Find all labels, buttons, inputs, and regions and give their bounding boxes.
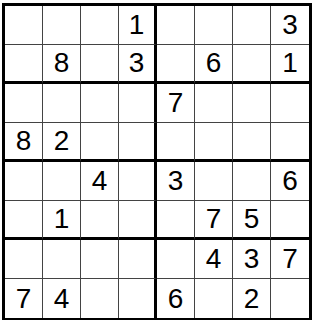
cell-r1c3[interactable]: [81, 6, 119, 45]
cell-r3c7[interactable]: [233, 84, 271, 123]
cell-r6c7[interactable]: 5: [233, 201, 271, 240]
cell-r4c8[interactable]: [271, 123, 309, 162]
cell-r7c3[interactable]: [81, 240, 119, 279]
cell-r4c3[interactable]: [81, 123, 119, 162]
page: { "game": "sudoku", "variant": "8x8 sudo…: [0, 0, 320, 320]
cell-r1c2[interactable]: [43, 6, 81, 45]
cell-r6c1[interactable]: [5, 201, 43, 240]
cell-r6c3[interactable]: [81, 201, 119, 240]
cell-r4c6[interactable]: [195, 123, 233, 162]
cell-r3c2[interactable]: [43, 84, 81, 123]
cell-r8c7[interactable]: 2: [233, 279, 271, 318]
cell-r2c2[interactable]: 8: [43, 45, 81, 84]
cell-r3c6[interactable]: [195, 84, 233, 123]
cell-r6c6[interactable]: 7: [195, 201, 233, 240]
cell-r7c5[interactable]: [157, 240, 195, 279]
cell-r5c3[interactable]: 4: [81, 162, 119, 201]
cell-r8c5[interactable]: 6: [157, 279, 195, 318]
cell-r6c2[interactable]: 1: [43, 201, 81, 240]
cell-r4c2[interactable]: 2: [43, 123, 81, 162]
cell-r7c7[interactable]: 3: [233, 240, 271, 279]
cell-r8c1[interactable]: 7: [5, 279, 43, 318]
sudoku-board: 1383617824361754377462: [2, 3, 312, 320]
cell-r2c1[interactable]: [5, 45, 43, 84]
cell-r1c4[interactable]: 1: [119, 6, 157, 45]
cell-r5c1[interactable]: [5, 162, 43, 201]
cell-r3c4[interactable]: [119, 84, 157, 123]
cell-r2c6[interactable]: 6: [195, 45, 233, 84]
cell-r7c1[interactable]: [5, 240, 43, 279]
cell-r7c4[interactable]: [119, 240, 157, 279]
cell-r6c4[interactable]: [119, 201, 157, 240]
cell-r4c4[interactable]: [119, 123, 157, 162]
cell-r8c6[interactable]: [195, 279, 233, 318]
cell-r2c4[interactable]: 3: [119, 45, 157, 84]
cell-r3c3[interactable]: [81, 84, 119, 123]
cell-r2c8[interactable]: 1: [271, 45, 309, 84]
cell-r5c7[interactable]: [233, 162, 271, 201]
cell-r1c7[interactable]: [233, 6, 271, 45]
cell-r5c2[interactable]: [43, 162, 81, 201]
cell-r8c3[interactable]: [81, 279, 119, 318]
cell-r6c8[interactable]: [271, 201, 309, 240]
cell-r4c7[interactable]: [233, 123, 271, 162]
cell-r3c5[interactable]: 7: [157, 84, 195, 123]
cell-r5c8[interactable]: 6: [271, 162, 309, 201]
cell-r4c1[interactable]: 8: [5, 123, 43, 162]
cell-r5c5[interactable]: 3: [157, 162, 195, 201]
cell-r8c8[interactable]: [271, 279, 309, 318]
cell-r6c5[interactable]: [157, 201, 195, 240]
cell-r1c6[interactable]: [195, 6, 233, 45]
cell-r8c2[interactable]: 4: [43, 279, 81, 318]
cell-r5c4[interactable]: [119, 162, 157, 201]
cell-r3c8[interactable]: [271, 84, 309, 123]
cell-r5c6[interactable]: [195, 162, 233, 201]
cell-r7c6[interactable]: 4: [195, 240, 233, 279]
cell-r3c1[interactable]: [5, 84, 43, 123]
cell-r1c5[interactable]: [157, 6, 195, 45]
cell-r2c3[interactable]: [81, 45, 119, 84]
cell-r2c7[interactable]: [233, 45, 271, 84]
cell-r1c1[interactable]: [5, 6, 43, 45]
cell-r4c5[interactable]: [157, 123, 195, 162]
cell-r7c8[interactable]: 7: [271, 240, 309, 279]
cell-r8c4[interactable]: [119, 279, 157, 318]
cell-r7c2[interactable]: [43, 240, 81, 279]
cell-r2c5[interactable]: [157, 45, 195, 84]
cell-r1c8[interactable]: 3: [271, 6, 309, 45]
